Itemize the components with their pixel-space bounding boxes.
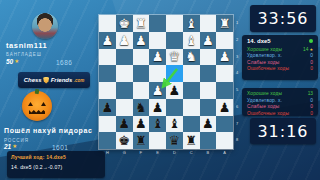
chessfriends-analysis-screen: tasnim111 БАНГЛАДЕШ 50 ★ 1686 Chess Frie… (0, 0, 320, 180)
player-avatar-bottom-pumpkin[interactable] (22, 91, 52, 121)
board-square[interactable] (183, 99, 200, 116)
star-icon: ★ (14, 59, 19, 65)
board-square[interactable] (200, 82, 217, 99)
stat-label: Слабые ходы (247, 60, 279, 67)
stat-row: Хорошие ходы13 (247, 91, 313, 98)
board-square[interactable]: ♟ (216, 99, 233, 116)
chess-piece-bR[interactable]: ♜ (183, 132, 200, 149)
file-label: E (156, 151, 159, 155)
chess-piece-bB[interactable]: ♝ (149, 116, 166, 133)
file-label: B (206, 151, 209, 155)
rank-label: 1 (236, 21, 238, 25)
board-square[interactable] (216, 32, 233, 49)
best-move-box: Лучший ход: 14.dxe5 14. dxe5 (0.2→-0.07) (7, 151, 105, 178)
stat-row: Ошибочные ходы0 (247, 66, 313, 73)
panel-move-header: 14. dxe5 (247, 38, 271, 44)
clock-bottom: 31:16 (250, 118, 316, 144)
chess-piece-bR[interactable]: ♜ (133, 132, 150, 149)
stats-panel-top: 14. dxe5 Хорошие ходы14★Удовлетвор. х.0С… (242, 35, 318, 80)
stat-label: Ошибочные ходы (247, 111, 289, 118)
stat-label: Слабые ходы (247, 104, 279, 111)
board-square[interactable]: ♞ (183, 49, 200, 66)
board-square[interactable]: ♟ (133, 32, 150, 49)
board-square[interactable] (183, 82, 200, 99)
stat-value: 13 (308, 91, 313, 98)
board-square[interactable] (216, 82, 233, 99)
pumpkin-stem (35, 89, 40, 95)
board-square[interactable] (166, 65, 183, 82)
chess-piece-bP[interactable]: ♟ (200, 116, 217, 133)
gold-star-icon: ★ (309, 48, 313, 52)
chess-piece-wR[interactable]: ♜ (133, 15, 150, 32)
chessfriends-logo[interactable]: Chess Friends .com (18, 72, 90, 88)
rank-label: 7 (236, 122, 238, 126)
board-square[interactable] (99, 82, 116, 99)
chess-piece-bK[interactable]: ♚ (116, 132, 133, 149)
played-move-eval: 14. dxe5 (0.2→-0.07) (11, 164, 101, 170)
board-square[interactable]: ♟ (99, 99, 116, 116)
board-square[interactable] (200, 132, 217, 149)
board-square[interactable] (116, 99, 133, 116)
board-square[interactable]: ♜ (216, 15, 233, 32)
chess-piece-wP[interactable]: ♟ (149, 49, 166, 66)
board-square[interactable] (149, 132, 166, 149)
board-square[interactable] (116, 65, 133, 82)
board-square[interactable] (99, 132, 116, 149)
stat-value: 0 (310, 98, 313, 105)
chess-piece-wK[interactable]: ♚ (116, 15, 133, 32)
board-square[interactable]: ♛ (166, 132, 183, 149)
player-name-bottom: Пошёл нахуй пидорас (4, 127, 92, 134)
board-square[interactable]: ♜ (133, 15, 150, 32)
chess-piece-wP[interactable]: ♟ (133, 32, 150, 49)
board-square[interactable]: ♝ (166, 116, 183, 133)
chess-piece-bN[interactable]: ♞ (133, 99, 150, 116)
board-square[interactable] (116, 49, 133, 66)
board-square[interactable] (99, 49, 116, 66)
board-square[interactable] (133, 49, 150, 66)
board-square[interactable]: ♛ (166, 49, 183, 66)
chess-piece-wP[interactable]: ♟ (216, 49, 233, 66)
player-rating-bottom: 1601 (52, 144, 68, 151)
chess-piece-wR[interactable]: ♜ (216, 15, 233, 32)
board-square[interactable] (200, 65, 217, 82)
board-square[interactable] (216, 65, 233, 82)
board-square[interactable]: ♟ (216, 49, 233, 66)
chess-piece-wN[interactable]: ♞ (183, 49, 200, 66)
file-label: D (173, 151, 176, 155)
chess-piece-bP[interactable]: ♟ (166, 82, 183, 99)
star-count: 50 (6, 58, 13, 65)
board-square[interactable] (99, 65, 116, 82)
stat-value: 0 (310, 104, 313, 111)
board-square[interactable]: ♟ (200, 116, 217, 133)
pumpkin-mouth (29, 110, 45, 114)
file-label: G (123, 151, 126, 155)
star-count: 21 (4, 143, 11, 150)
stat-row: Удовлетвор. х.0 (247, 98, 313, 105)
file-label: F (139, 151, 141, 155)
stat-value: 0 (310, 111, 313, 118)
board-square[interactable]: ♟ (200, 32, 217, 49)
chess-piece-bP[interactable]: ♟ (149, 99, 166, 116)
rank-label: 2 (236, 38, 238, 42)
board-square[interactable]: ♟ (149, 99, 166, 116)
board-square[interactable] (99, 15, 116, 32)
board-square[interactable]: ♟ (149, 82, 166, 99)
best-move-label: Лучший ход: 14.dxe5 (11, 154, 101, 160)
board-square[interactable] (183, 65, 200, 82)
stat-label: Удовлетвор. х. (247, 98, 282, 105)
board-square[interactable] (166, 32, 183, 49)
star-icon: ★ (12, 144, 17, 150)
clock-top: 33:56 (250, 5, 316, 32)
board-square[interactable]: ♜ (133, 132, 150, 149)
player-stars-top: 50 ★ (6, 58, 19, 65)
chess-piece-bP[interactable]: ♟ (116, 116, 133, 133)
rank-label: 8 (236, 138, 238, 142)
board-square[interactable]: ♟ (116, 116, 133, 133)
stat-value: 0 (310, 60, 313, 67)
board-square[interactable] (99, 116, 116, 133)
board-square[interactable] (200, 99, 217, 116)
chess-piece-wB[interactable]: ♝ (183, 32, 200, 49)
stat-value: 0 (310, 53, 313, 60)
board-square[interactable]: ♝ (149, 116, 166, 133)
board-square[interactable] (216, 116, 233, 133)
rank-label: 4 (236, 71, 238, 75)
stat-label: Хорошие ходы (247, 91, 282, 98)
rank-label: 6 (236, 105, 238, 109)
board-square[interactable] (166, 99, 183, 116)
board-square[interactable]: ♚ (116, 132, 133, 149)
board-square[interactable] (166, 15, 183, 32)
board-square[interactable]: ♞ (133, 99, 150, 116)
chess-piece-wP[interactable]: ♟ (99, 32, 116, 49)
rank-label: 3 (236, 55, 238, 59)
chess-piece-bB[interactable]: ♝ (166, 116, 183, 133)
stat-label: Удовлетвор. х. (247, 53, 282, 60)
stat-row: Хорошие ходы14★ (247, 47, 313, 54)
board-square[interactable] (183, 116, 200, 133)
board-square[interactable]: ♟ (99, 32, 116, 49)
chess-piece-bP[interactable]: ♟ (99, 99, 116, 116)
player-name-top: tasnim111 (6, 41, 47, 50)
chess-piece-wB[interactable]: ♝ (183, 15, 200, 32)
chess-piece-wP[interactable]: ♟ (149, 82, 166, 99)
chess-board[interactable]: ♚♜♝♜♟♟♟♝♟♟♛♞♟♟♟♟♞♟♟♟♟♝♝♟♚♜♛♜ (99, 15, 233, 149)
stat-row: Слабые ходы0 (247, 104, 313, 111)
file-label: C (190, 151, 193, 155)
chess-piece-bP[interactable]: ♟ (216, 99, 233, 116)
stat-label: Ошибочные ходы (247, 66, 289, 73)
chess-piece-wP[interactable]: ♟ (116, 32, 133, 49)
player-avatar-top[interactable] (32, 13, 58, 39)
chess-piece-wQ[interactable]: ♛ (166, 49, 183, 66)
pumpkin-eye (41, 102, 46, 106)
good-move-dot-icon (309, 39, 313, 43)
stat-label: Хорошие ходы (247, 47, 282, 54)
board-square[interactable] (149, 65, 166, 82)
board-square[interactable] (116, 82, 133, 99)
board-square[interactable] (133, 65, 150, 82)
board-square[interactable] (149, 15, 166, 32)
logo-text-friends: Friends (51, 77, 73, 83)
board-square[interactable]: ♝ (183, 15, 200, 32)
pumpkin-eye (28, 102, 33, 106)
board-square[interactable]: ♟ (166, 82, 183, 99)
board-square[interactable] (200, 15, 217, 32)
chess-piece-bP[interactable]: ♟ (133, 116, 150, 133)
board-square[interactable]: ♟ (149, 49, 166, 66)
player-stars-bottom: 21 ★ (4, 143, 17, 150)
stat-row: Удовлетвор. х.0 (247, 53, 313, 60)
chess-piece-wP[interactable]: ♟ (200, 32, 217, 49)
stat-value: 0 (310, 66, 313, 73)
file-label: A (223, 151, 226, 155)
logo-text-chess: Chess (24, 77, 42, 83)
player-country-top: БАНГЛАДЕШ (6, 52, 42, 57)
logo-text-suffix: .com (74, 78, 85, 83)
stat-row: Слабые ходы0 (247, 60, 313, 67)
stats-panel-bottom: Хорошие ходы13Удовлетвор. х.0Слабые ходы… (242, 88, 318, 116)
board-square[interactable]: ♟ (133, 116, 150, 133)
shield-icon (43, 77, 49, 84)
chess-piece-bQ[interactable]: ♛ (166, 132, 183, 149)
board-square[interactable] (133, 82, 150, 99)
board-square[interactable]: ♜ (183, 132, 200, 149)
board-square[interactable] (149, 32, 166, 49)
board-square[interactable]: ♟ (116, 32, 133, 49)
board-square[interactable] (200, 49, 217, 66)
file-label: H (106, 151, 109, 155)
stat-row: Ошибочные ходы0 (247, 111, 313, 118)
board-square[interactable]: ♚ (116, 15, 133, 32)
rank-label: 5 (236, 88, 238, 92)
board-square[interactable] (216, 132, 233, 149)
player-rating-top: 1686 (56, 59, 72, 66)
stat-value: 14 (303, 47, 308, 54)
board-square[interactable]: ♝ (183, 32, 200, 49)
